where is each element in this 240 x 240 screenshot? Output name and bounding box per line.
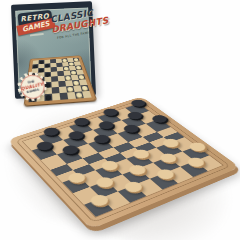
box-art-natural-piece bbox=[67, 87, 73, 91]
box-art-black-piece bbox=[46, 73, 50, 76]
brand-subtext-line bbox=[30, 33, 44, 37]
box-art-natural-piece bbox=[71, 71, 76, 74]
product-box: RETRO GAMES CLASSIC DRAUGHTS FOR ALL THE… bbox=[11, 1, 96, 98]
box-art-natural-piece bbox=[66, 76, 71, 80]
box-art-natural-piece bbox=[82, 86, 88, 90]
box-title: CLASSIC DRAUGHTS FOR ALL THE FAMILY bbox=[49, 8, 97, 41]
box-front-face: RETRO GAMES CLASSIC DRAUGHTS FOR ALL THE… bbox=[15, 7, 92, 93]
box-art-natural-piece bbox=[79, 75, 84, 79]
product-photo: RETRO GAMES CLASSIC DRAUGHTS FOR ALL THE… bbox=[0, 0, 240, 240]
box-art-square bbox=[82, 91, 92, 98]
box-art-natural-piece bbox=[73, 81, 78, 85]
